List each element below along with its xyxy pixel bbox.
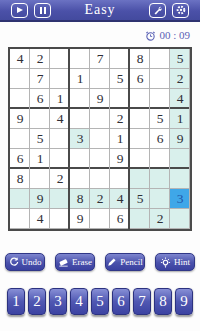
cell-r9c7[interactable] (130, 209, 150, 229)
cell-r3c8[interactable] (150, 89, 170, 109)
cell-r9c9[interactable] (170, 209, 190, 229)
cell-r5c7[interactable] (130, 129, 150, 149)
cell-r7c7[interactable] (130, 169, 150, 189)
cell-r4c9[interactable]: 1 (170, 109, 190, 129)
cell-r6c6[interactable]: 9 (110, 149, 130, 169)
cell-r8c5[interactable]: 2 (90, 189, 110, 209)
alarm-clock-icon (145, 30, 156, 41)
play-button[interactable] (11, 3, 28, 18)
settings-button[interactable] (172, 3, 189, 18)
hint-button[interactable]: Hint (155, 253, 195, 271)
cell-r3c5[interactable]: 9 (90, 89, 110, 109)
gear-icon (176, 5, 186, 15)
cell-r6c9[interactable] (170, 149, 190, 169)
pencil-button[interactable]: Pencil (105, 253, 145, 271)
cell-r7c3[interactable]: 2 (50, 169, 70, 189)
eraser-icon (58, 257, 69, 267)
undo-button[interactable]: Undo (5, 253, 45, 271)
cell-r5c2[interactable]: 5 (30, 129, 50, 149)
erase-button[interactable]: Erase (55, 253, 95, 271)
cell-r4c6[interactable]: 2 (110, 109, 130, 129)
cell-r8c8[interactable] (150, 189, 170, 209)
cell-r1c2[interactable]: 2 (30, 49, 50, 69)
timer-value: 00 : 09 (159, 29, 190, 41)
cell-r6c4[interactable] (70, 149, 90, 169)
cell-r6c7[interactable] (130, 149, 150, 169)
cell-r6c2[interactable]: 1 (30, 149, 50, 169)
cell-r4c5[interactable] (90, 109, 110, 129)
cell-r2c9[interactable]: 2 (170, 69, 190, 89)
cell-r3c3[interactable]: 1 (50, 89, 70, 109)
cell-r1c6[interactable] (110, 49, 130, 69)
pause-icon (40, 7, 46, 14)
cell-r2c6[interactable]: 5 (110, 69, 130, 89)
cell-r7c5[interactable] (90, 169, 110, 189)
timer: 00 : 09 (0, 22, 200, 41)
pause-button[interactable] (34, 3, 51, 18)
cell-r7c4[interactable] (70, 169, 90, 189)
toolbar: Undo Erase Pencil Hint (0, 253, 200, 271)
cell-r2c2[interactable]: 7 (30, 69, 50, 89)
pencil-label: Pencil (120, 257, 143, 267)
cell-r9c5[interactable] (90, 209, 110, 229)
header: Easy (0, 0, 200, 22)
pencil-icon (107, 257, 117, 267)
cell-r7c9[interactable] (170, 169, 190, 189)
cell-r7c1[interactable]: 8 (10, 169, 30, 189)
cell-r4c3[interactable]: 4 (50, 109, 70, 129)
cell-r6c5[interactable] (90, 149, 110, 169)
cell-r2c7[interactable]: 6 (130, 69, 150, 89)
cell-r8c6[interactable]: 4 (110, 189, 130, 209)
cell-r7c6[interactable] (110, 169, 130, 189)
cell-r3c6[interactable] (110, 89, 130, 109)
cell-r2c8[interactable] (150, 69, 170, 89)
cell-r9c8[interactable]: 2 (150, 209, 170, 229)
cell-r4c7[interactable] (130, 109, 150, 129)
undo-icon (9, 257, 19, 267)
cell-r8c9[interactable]: 3 (170, 189, 190, 209)
cell-r8c4[interactable]: 8 (70, 189, 90, 209)
numpad-button-7[interactable]: 7 (133, 288, 151, 315)
numpad-button-4[interactable]: 4 (70, 288, 88, 315)
cell-r4c8[interactable]: 5 (150, 109, 170, 129)
cell-r6c8[interactable] (150, 149, 170, 169)
numpad-button-1[interactable]: 1 (7, 288, 25, 315)
cell-r1c4[interactable] (70, 49, 90, 69)
cell-r5c9[interactable]: 9 (170, 129, 190, 149)
cell-r3c9[interactable]: 4 (170, 89, 190, 109)
cell-r3c2[interactable]: 6 (30, 89, 50, 109)
cell-r1c8[interactable] (150, 49, 170, 69)
cell-r8c1[interactable] (10, 189, 30, 209)
cell-r1c7[interactable]: 8 (130, 49, 150, 69)
wrench-icon (153, 6, 162, 15)
cell-r7c2[interactable] (30, 169, 50, 189)
cell-r2c4[interactable]: 1 (70, 69, 90, 89)
cell-r3c7[interactable] (130, 89, 150, 109)
cell-r9c4[interactable]: 9 (70, 209, 90, 229)
hint-lightbulb-icon (160, 257, 171, 268)
cell-r8c7[interactable]: 5 (130, 189, 150, 209)
cell-r1c9[interactable]: 5 (170, 49, 190, 69)
numpad-button-8[interactable]: 8 (154, 288, 172, 315)
play-icon (17, 7, 23, 13)
cell-r8c2[interactable]: 9 (30, 189, 50, 209)
cell-r2c1[interactable] (10, 69, 30, 89)
cell-r9c3[interactable] (50, 209, 70, 229)
cell-r1c3[interactable] (50, 49, 70, 69)
numpad-button-5[interactable]: 5 (91, 288, 109, 315)
cell-r1c5[interactable]: 7 (90, 49, 110, 69)
cell-r5c1[interactable] (10, 129, 30, 149)
cell-r3c1[interactable] (10, 89, 30, 109)
numpad-button-6[interactable]: 6 (112, 288, 130, 315)
sudoku-board: 427857156261949425153169619829824534962 (8, 47, 192, 231)
cell-r9c6[interactable]: 6 (110, 209, 130, 229)
cell-r8c3[interactable] (50, 189, 70, 209)
numpad-button-9[interactable]: 9 (175, 288, 193, 315)
cell-r5c5[interactable] (90, 129, 110, 149)
cell-r4c4[interactable] (70, 109, 90, 129)
cell-r6c1[interactable]: 6 (10, 149, 30, 169)
cell-r5c6[interactable]: 1 (110, 129, 130, 149)
cell-r5c4[interactable]: 3 (70, 129, 90, 149)
hint-label: Hint (174, 257, 190, 267)
cell-r2c3[interactable] (50, 69, 70, 89)
cell-r5c8[interactable]: 6 (150, 129, 170, 149)
cell-r2c5[interactable] (90, 69, 110, 89)
erase-label: Erase (72, 257, 92, 267)
cell-r4c1[interactable]: 9 (10, 109, 30, 129)
numpad: 123456789 (0, 288, 200, 315)
numpad-button-2[interactable]: 2 (28, 288, 46, 315)
cell-r9c2[interactable]: 4 (30, 209, 50, 229)
cell-r6c3[interactable] (50, 149, 70, 169)
cell-r9c1[interactable] (10, 209, 30, 229)
cell-r3c4[interactable] (70, 89, 90, 109)
cell-r5c3[interactable] (50, 129, 70, 149)
cell-r1c1[interactable]: 4 (10, 49, 30, 69)
undo-label: Undo (22, 257, 42, 267)
cell-r7c8[interactable] (150, 169, 170, 189)
numpad-button-3[interactable]: 3 (49, 288, 67, 315)
cell-r4c2[interactable] (30, 109, 50, 129)
tools-button[interactable] (149, 3, 166, 18)
